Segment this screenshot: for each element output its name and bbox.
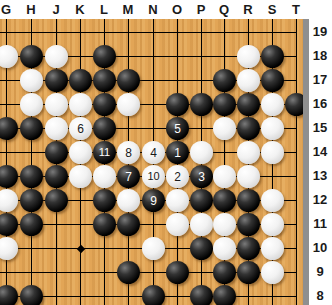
black-stone-M11[interactable] (117, 213, 140, 236)
white-stone-M16[interactable] (117, 93, 140, 116)
black-stone-M17[interactable] (117, 69, 140, 92)
white-stone-H17[interactable] (20, 69, 43, 92)
white-stone-S16[interactable] (261, 93, 284, 116)
black-stone-Q12[interactable] (213, 189, 236, 212)
black-stone-Q9[interactable] (213, 261, 236, 284)
black-stone-G8[interactable] (0, 285, 18, 305)
white-stone-M14[interactable]: 8 (117, 141, 140, 164)
black-stone-H11[interactable] (20, 213, 43, 236)
black-stone-K17[interactable] (69, 69, 92, 92)
white-stone-R18[interactable] (237, 45, 260, 68)
black-stone-L16[interactable] (93, 93, 116, 116)
black-stone-J12[interactable] (45, 189, 68, 212)
col-label-Q: Q (214, 2, 234, 17)
black-stone-H12[interactable] (20, 189, 43, 212)
black-stone-J13[interactable] (45, 165, 68, 188)
move-number: 3 (198, 171, 205, 183)
white-stone-H16[interactable] (20, 93, 43, 116)
black-stone-Q16[interactable] (213, 93, 236, 116)
black-stone-L17[interactable] (93, 69, 116, 92)
move-number: 6 (77, 123, 84, 135)
black-stone-P8[interactable] (190, 285, 213, 305)
white-stone-Q11[interactable] (213, 213, 236, 236)
white-stone-M12[interactable] (117, 189, 140, 212)
col-label-P: P (191, 2, 211, 17)
white-stone-R13[interactable] (237, 165, 260, 188)
row-label-11: 11 (309, 216, 331, 231)
black-stone-O9[interactable] (166, 261, 189, 284)
move-number: 9 (150, 195, 157, 207)
white-stone-R17[interactable] (237, 69, 260, 92)
black-stone-G13[interactable] (0, 165, 18, 188)
black-stone-L11[interactable] (93, 213, 116, 236)
black-stone-M9[interactable] (117, 261, 140, 284)
white-stone-S11[interactable] (261, 213, 284, 236)
black-stone-P10[interactable] (190, 237, 213, 260)
row-label-10: 10 (309, 240, 331, 255)
white-stone-Q13[interactable] (213, 165, 236, 188)
black-stone-Q8[interactable] (213, 285, 236, 305)
star-point-K10 (77, 245, 85, 253)
row-label-13: 13 (309, 168, 331, 183)
black-stone-R16[interactable] (237, 93, 260, 116)
row-label-14: 14 (309, 144, 331, 159)
white-stone-K13[interactable] (69, 165, 92, 188)
black-stone-M13[interactable]: 7 (117, 165, 140, 188)
black-stone-H18[interactable] (20, 45, 43, 68)
black-stone-H8[interactable] (20, 285, 43, 305)
go-board[interactable]: 5111739684102 (0, 19, 303, 305)
col-label-H: H (21, 2, 41, 17)
white-stone-O13[interactable]: 2 (166, 165, 189, 188)
col-label-L: L (94, 2, 114, 17)
row-label-18: 18 (309, 48, 331, 63)
white-stone-G12[interactable] (0, 189, 18, 212)
col-label-T: T (286, 2, 306, 17)
col-label-G: G (0, 2, 16, 17)
white-stone-S15[interactable] (261, 117, 284, 140)
black-stone-N8[interactable] (142, 285, 165, 305)
row-coordinate-labels: 1918171615141312111098 (309, 0, 332, 305)
white-stone-R14[interactable] (237, 141, 260, 164)
white-stone-J16[interactable] (45, 93, 68, 116)
white-stone-N14[interactable]: 4 (142, 141, 165, 164)
black-stone-G15[interactable] (0, 117, 18, 140)
col-label-J: J (46, 2, 66, 17)
black-stone-P16[interactable] (190, 93, 213, 116)
white-stone-Q15[interactable] (213, 117, 236, 140)
white-stone-P14[interactable] (190, 141, 213, 164)
black-stone-N12[interactable]: 9 (142, 189, 165, 212)
black-stone-J17[interactable] (45, 69, 68, 92)
black-stone-R15[interactable] (237, 117, 260, 140)
white-stone-N13[interactable]: 10 (142, 165, 165, 188)
grid-vline-T (296, 19, 297, 305)
col-label-S: S (262, 2, 282, 17)
column-coordinate-labels: GHJKLMNOPQRST (0, 0, 332, 19)
white-stone-S10[interactable] (261, 237, 284, 260)
black-stone-S17[interactable] (261, 69, 284, 92)
black-stone-O16[interactable] (166, 93, 189, 116)
white-stone-L13[interactable] (93, 165, 116, 188)
white-stone-P11[interactable] (190, 213, 213, 236)
col-label-M: M (118, 2, 138, 17)
white-stone-S14[interactable] (261, 141, 284, 164)
row-label-12: 12 (309, 192, 331, 207)
black-stone-S18[interactable] (261, 45, 284, 68)
row-label-8: 8 (309, 288, 331, 303)
white-stone-J18[interactable] (45, 45, 68, 68)
row-label-19: 19 (309, 24, 331, 39)
move-number: 5 (174, 123, 181, 135)
white-stone-K14[interactable] (69, 141, 92, 164)
black-stone-H13[interactable] (20, 165, 43, 188)
grid-hline-19 (0, 32, 297, 33)
move-number: 10 (147, 171, 159, 182)
black-stone-P13[interactable]: 3 (190, 165, 213, 188)
white-stone-O12[interactable] (166, 189, 189, 212)
white-stone-J15[interactable] (45, 117, 68, 140)
col-label-N: N (143, 2, 163, 17)
row-label-9: 9 (309, 264, 331, 279)
white-stone-K16[interactable] (69, 93, 92, 116)
black-stone-Q17[interactable] (213, 69, 236, 92)
row-label-16: 16 (309, 96, 331, 111)
col-label-R: R (238, 2, 258, 17)
black-stone-L14[interactable]: 11 (93, 141, 116, 164)
black-stone-R12[interactable] (237, 189, 260, 212)
black-stone-H15[interactable] (20, 117, 43, 140)
black-stone-L15[interactable] (93, 117, 116, 140)
white-stone-S9[interactable] (261, 261, 284, 284)
white-stone-G18[interactable] (0, 45, 18, 68)
black-stone-R10[interactable] (237, 237, 260, 260)
move-number: 11 (99, 147, 110, 158)
black-stone-R9[interactable] (237, 261, 260, 284)
black-stone-J14[interactable] (45, 141, 68, 164)
black-stone-R11[interactable] (237, 213, 260, 236)
move-number: 8 (125, 147, 132, 159)
col-label-O: O (167, 2, 187, 17)
white-stone-N10[interactable] (142, 237, 165, 260)
black-stone-O14[interactable]: 1 (166, 141, 189, 164)
go-diagram: 5111739684102 GHJKLMNOPQRST 191817161514… (0, 0, 332, 305)
black-stone-L12[interactable] (93, 189, 116, 212)
col-label-K: K (70, 2, 90, 17)
row-label-15: 15 (309, 120, 331, 135)
white-stone-O11[interactable] (166, 213, 189, 236)
white-stone-Q10[interactable] (213, 237, 236, 260)
black-stone-L18[interactable] (93, 45, 116, 68)
white-stone-G10[interactable] (0, 237, 18, 260)
white-stone-S12[interactable] (261, 189, 284, 212)
move-number: 1 (174, 147, 181, 159)
black-stone-G11[interactable] (0, 213, 18, 236)
row-label-17: 17 (309, 72, 331, 87)
black-stone-O15[interactable]: 5 (166, 117, 189, 140)
move-number: 7 (125, 171, 132, 183)
white-stone-K15[interactable]: 6 (69, 117, 92, 140)
move-number: 4 (150, 147, 157, 159)
move-number: 2 (174, 171, 181, 183)
black-stone-P12[interactable] (190, 189, 213, 212)
